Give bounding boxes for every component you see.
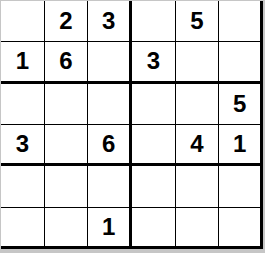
cell-r3c2[interactable] [45, 84, 89, 125]
cell-r6c5[interactable] [176, 208, 220, 249]
cell-r6c6[interactable] [219, 208, 263, 249]
cell-r1c6[interactable] [219, 1, 263, 42]
cell-r3c4[interactable] [132, 84, 176, 125]
given-digit: 6 [102, 132, 115, 156]
cell-r5c4[interactable] [132, 166, 176, 207]
cell-r5c5[interactable] [176, 166, 220, 207]
cell-r4c2[interactable] [45, 125, 89, 166]
cell-r5c1[interactable] [1, 166, 45, 207]
cell-r2c5[interactable] [176, 42, 220, 83]
cell-r6c3: 1 [88, 208, 132, 249]
given-digit: 1 [102, 215, 115, 239]
cell-r2c3[interactable] [88, 42, 132, 83]
given-digit: 1 [16, 49, 29, 73]
given-digit: 1 [233, 132, 246, 156]
given-digit: 4 [190, 132, 203, 156]
cell-r3c1[interactable] [1, 84, 45, 125]
cell-r4c6: 1 [219, 125, 263, 166]
sudoku-frame: 235163536411 [0, 0, 265, 253]
given-digit: 2 [59, 9, 72, 33]
cell-r5c2[interactable] [45, 166, 89, 207]
given-digit: 5 [190, 9, 203, 33]
cell-r6c1[interactable] [1, 208, 45, 249]
cell-r6c4[interactable] [132, 208, 176, 249]
given-digit: 3 [16, 132, 29, 156]
cell-r3c3[interactable] [88, 84, 132, 125]
cell-r3c5[interactable] [176, 84, 220, 125]
cell-r4c4[interactable] [132, 125, 176, 166]
given-digit: 6 [59, 49, 72, 73]
cell-r1c5: 5 [176, 1, 220, 42]
cell-r4c3: 6 [88, 125, 132, 166]
cell-r2c6[interactable] [219, 42, 263, 83]
cell-r1c3: 3 [88, 1, 132, 42]
cell-r1c2: 2 [45, 1, 89, 42]
cell-r4c1: 3 [1, 125, 45, 166]
cell-r6c2[interactable] [45, 208, 89, 249]
cell-r2c2: 6 [45, 42, 89, 83]
cell-r5c3[interactable] [88, 166, 132, 207]
cell-r2c1: 1 [1, 42, 45, 83]
cell-r2c4: 3 [132, 42, 176, 83]
sudoku-board: 235163536411 [1, 1, 263, 249]
given-digit: 5 [233, 92, 246, 116]
cell-r4c5: 4 [176, 125, 220, 166]
cell-r1c1[interactable] [1, 1, 45, 42]
given-digit: 3 [102, 9, 115, 33]
cell-r5c6[interactable] [219, 166, 263, 207]
given-digit: 3 [147, 49, 160, 73]
cell-r3c6: 5 [219, 84, 263, 125]
cell-r1c4[interactable] [132, 1, 176, 42]
